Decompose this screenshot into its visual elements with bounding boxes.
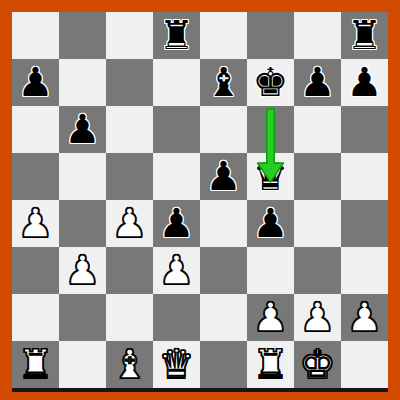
square-f3[interactable]: [247, 247, 294, 294]
square-e6[interactable]: [200, 106, 247, 153]
square-b4[interactable]: [59, 200, 106, 247]
square-b8[interactable]: [59, 12, 106, 59]
black-pawn-b6[interactable]: ♟: [65, 106, 101, 153]
square-d1[interactable]: ♛: [153, 341, 200, 388]
black-pawn-h7[interactable]: ♟: [347, 59, 383, 106]
square-a7[interactable]: ♟: [12, 59, 59, 106]
white-queen-d1[interactable]: ♛: [159, 341, 195, 388]
square-b1[interactable]: [59, 341, 106, 388]
square-d5[interactable]: [153, 153, 200, 200]
square-f4[interactable]: ♟: [247, 200, 294, 247]
square-d6[interactable]: [153, 106, 200, 153]
square-e3[interactable]: [200, 247, 247, 294]
square-e8[interactable]: [200, 12, 247, 59]
square-a6[interactable]: [12, 106, 59, 153]
square-b2[interactable]: [59, 294, 106, 341]
board-frame: ♜♜♟♝♚♟♟♟♟♛♟♟♟♟♟♟♟♟♟♜♝♛♜♚: [0, 0, 400, 400]
white-bishop-c1[interactable]: ♝: [112, 341, 148, 388]
white-pawn-h2[interactable]: ♟: [347, 294, 383, 341]
square-g7[interactable]: ♟: [294, 59, 341, 106]
square-f8[interactable]: [247, 12, 294, 59]
white-king-g1[interactable]: ♚: [300, 341, 336, 388]
black-pawn-g7[interactable]: ♟: [300, 59, 336, 106]
square-c3[interactable]: [106, 247, 153, 294]
square-h7[interactable]: ♟: [341, 59, 388, 106]
square-g4[interactable]: [294, 200, 341, 247]
black-rook-d8[interactable]: ♜: [159, 12, 195, 59]
square-a1[interactable]: ♜: [12, 341, 59, 388]
black-queen-f5[interactable]: ♛: [253, 153, 289, 200]
square-h5[interactable]: [341, 153, 388, 200]
chess-board: ♜♜♟♝♚♟♟♟♟♛♟♟♟♟♟♟♟♟♟♜♝♛♜♚: [12, 12, 388, 388]
square-d4[interactable]: ♟: [153, 200, 200, 247]
black-bishop-e7[interactable]: ♝: [206, 59, 242, 106]
square-d8[interactable]: ♜: [153, 12, 200, 59]
square-c6[interactable]: [106, 106, 153, 153]
square-a4[interactable]: ♟: [12, 200, 59, 247]
square-h1[interactable]: [341, 341, 388, 388]
square-a3[interactable]: [12, 247, 59, 294]
white-pawn-b3[interactable]: ♟: [65, 247, 101, 294]
square-c8[interactable]: [106, 12, 153, 59]
square-h8[interactable]: ♜: [341, 12, 388, 59]
square-c4[interactable]: ♟: [106, 200, 153, 247]
square-f5[interactable]: ♛: [247, 153, 294, 200]
square-e1[interactable]: [200, 341, 247, 388]
square-e4[interactable]: [200, 200, 247, 247]
square-c1[interactable]: ♝: [106, 341, 153, 388]
square-c5[interactable]: [106, 153, 153, 200]
black-pawn-e5[interactable]: ♟: [206, 153, 242, 200]
square-d2[interactable]: [153, 294, 200, 341]
square-g6[interactable]: [294, 106, 341, 153]
square-g2[interactable]: ♟: [294, 294, 341, 341]
square-h2[interactable]: ♟: [341, 294, 388, 341]
square-f7[interactable]: ♚: [247, 59, 294, 106]
black-king-f7[interactable]: ♚: [253, 59, 289, 106]
white-rook-f1[interactable]: ♜: [253, 341, 289, 388]
white-pawn-g2[interactable]: ♟: [300, 294, 336, 341]
square-g3[interactable]: [294, 247, 341, 294]
square-h6[interactable]: [341, 106, 388, 153]
square-b6[interactable]: ♟: [59, 106, 106, 153]
white-pawn-c4[interactable]: ♟: [112, 200, 148, 247]
square-c7[interactable]: [106, 59, 153, 106]
black-pawn-d4[interactable]: ♟: [159, 200, 195, 247]
square-e5[interactable]: ♟: [200, 153, 247, 200]
square-d7[interactable]: [153, 59, 200, 106]
square-g1[interactable]: ♚: [294, 341, 341, 388]
square-g5[interactable]: [294, 153, 341, 200]
square-e2[interactable]: [200, 294, 247, 341]
square-b7[interactable]: [59, 59, 106, 106]
square-a8[interactable]: [12, 12, 59, 59]
square-b5[interactable]: [59, 153, 106, 200]
board-bottom-edge: [12, 388, 388, 392]
white-pawn-d3[interactable]: ♟: [159, 247, 195, 294]
square-h3[interactable]: [341, 247, 388, 294]
white-pawn-a4[interactable]: ♟: [18, 200, 54, 247]
square-g8[interactable]: [294, 12, 341, 59]
square-e7[interactable]: ♝: [200, 59, 247, 106]
black-rook-h8[interactable]: ♜: [347, 12, 383, 59]
white-rook-a1[interactable]: ♜: [18, 341, 54, 388]
square-f1[interactable]: ♜: [247, 341, 294, 388]
white-pawn-f2[interactable]: ♟: [253, 294, 289, 341]
square-h4[interactable]: [341, 200, 388, 247]
square-a2[interactable]: [12, 294, 59, 341]
black-pawn-f4[interactable]: ♟: [253, 200, 289, 247]
square-f2[interactable]: ♟: [247, 294, 294, 341]
square-c2[interactable]: [106, 294, 153, 341]
square-a5[interactable]: [12, 153, 59, 200]
square-f6[interactable]: [247, 106, 294, 153]
square-b3[interactable]: ♟: [59, 247, 106, 294]
black-pawn-a7[interactable]: ♟: [18, 59, 54, 106]
square-d3[interactable]: ♟: [153, 247, 200, 294]
